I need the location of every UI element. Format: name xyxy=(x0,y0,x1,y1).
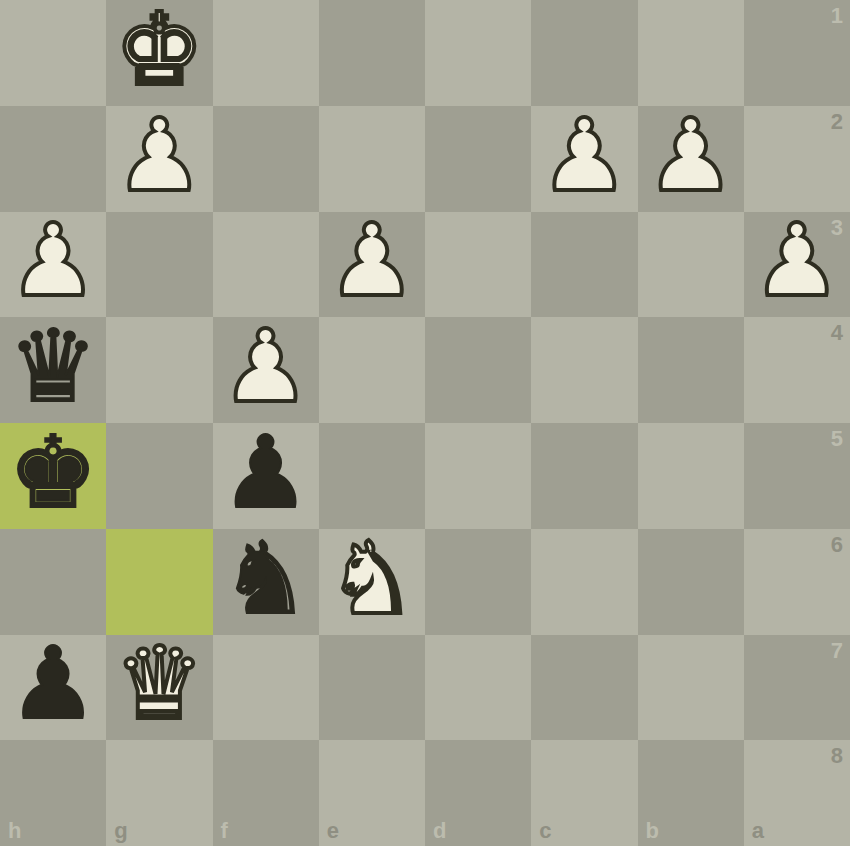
square-g5[interactable] xyxy=(106,423,212,529)
square-b5[interactable] xyxy=(638,423,744,529)
square-e7[interactable] xyxy=(319,635,425,741)
square-f7[interactable] xyxy=(213,635,319,741)
file-label-e: e xyxy=(327,820,339,842)
square-g3[interactable] xyxy=(106,212,212,318)
file-label-a: a xyxy=(752,820,764,842)
square-h5[interactable]: ♚ xyxy=(0,423,106,529)
piece-white-pawn[interactable]: ♟ xyxy=(327,211,417,311)
piece-black-king[interactable]: ♚ xyxy=(8,423,98,523)
square-d5[interactable] xyxy=(425,423,531,529)
square-a1[interactable]: 1 xyxy=(744,0,850,106)
square-d6[interactable] xyxy=(425,529,531,635)
rank-label-2: 2 xyxy=(831,111,843,133)
piece-white-pawn[interactable]: ♟ xyxy=(540,106,630,206)
piece-black-queen[interactable]: ♛ xyxy=(8,317,98,417)
square-e1[interactable] xyxy=(319,0,425,106)
square-b3[interactable] xyxy=(638,212,744,318)
square-c4[interactable] xyxy=(531,317,637,423)
square-c2[interactable]: ♟ xyxy=(531,106,637,212)
square-h8[interactable]: h xyxy=(0,740,106,846)
square-b8[interactable]: b xyxy=(638,740,744,846)
square-f1[interactable] xyxy=(213,0,319,106)
square-d4[interactable] xyxy=(425,317,531,423)
piece-white-pawn[interactable]: ♟ xyxy=(752,211,842,311)
piece-white-king[interactable]: ♚ xyxy=(115,0,205,100)
square-d8[interactable]: d xyxy=(425,740,531,846)
square-g2[interactable]: ♟ xyxy=(106,106,212,212)
piece-white-knight[interactable]: ♞ xyxy=(327,529,417,629)
piece-black-knight[interactable]: ♞ xyxy=(221,529,311,629)
square-c5[interactable] xyxy=(531,423,637,529)
square-b1[interactable] xyxy=(638,0,744,106)
file-label-c: c xyxy=(539,820,551,842)
rank-label-8: 8 xyxy=(831,745,843,767)
square-e3[interactable]: ♟ xyxy=(319,212,425,318)
square-f6[interactable]: ♞ xyxy=(213,529,319,635)
square-a4[interactable]: 4 xyxy=(744,317,850,423)
rank-label-4: 4 xyxy=(831,322,843,344)
square-a8[interactable]: 8a xyxy=(744,740,850,846)
square-a3[interactable]: ♟3 xyxy=(744,212,850,318)
square-a7[interactable]: 7 xyxy=(744,635,850,741)
square-h1[interactable] xyxy=(0,0,106,106)
square-e4[interactable] xyxy=(319,317,425,423)
square-h4[interactable]: ♛ xyxy=(0,317,106,423)
square-b2[interactable]: ♟ xyxy=(638,106,744,212)
square-c1[interactable] xyxy=(531,0,637,106)
piece-white-queen[interactable]: ♛ xyxy=(115,634,205,734)
square-d2[interactable] xyxy=(425,106,531,212)
square-d7[interactable] xyxy=(425,635,531,741)
square-g1[interactable]: ♚ xyxy=(106,0,212,106)
square-e2[interactable] xyxy=(319,106,425,212)
piece-black-pawn[interactable]: ♟ xyxy=(8,634,98,734)
square-h2[interactable] xyxy=(0,106,106,212)
square-f3[interactable] xyxy=(213,212,319,318)
piece-white-pawn[interactable]: ♟ xyxy=(8,211,98,311)
square-d3[interactable] xyxy=(425,212,531,318)
file-label-f: f xyxy=(221,820,228,842)
rank-label-7: 7 xyxy=(831,640,843,662)
square-g8[interactable]: g xyxy=(106,740,212,846)
square-g7[interactable]: ♛ xyxy=(106,635,212,741)
square-c3[interactable] xyxy=(531,212,637,318)
square-g6[interactable] xyxy=(106,529,212,635)
piece-white-pawn[interactable]: ♟ xyxy=(115,106,205,206)
piece-black-pawn[interactable]: ♟ xyxy=(221,423,311,523)
square-c6[interactable] xyxy=(531,529,637,635)
rank-label-1: 1 xyxy=(831,5,843,27)
chess-board: ♚1♟♟♟2♟♟♟3♛♟4♚♟5♞♞6♟♛7hgfedcb8a xyxy=(0,0,850,846)
square-g4[interactable] xyxy=(106,317,212,423)
rank-label-5: 5 xyxy=(831,428,843,450)
square-a5[interactable]: 5 xyxy=(744,423,850,529)
square-a2[interactable]: 2 xyxy=(744,106,850,212)
square-f8[interactable]: f xyxy=(213,740,319,846)
square-b7[interactable] xyxy=(638,635,744,741)
square-h6[interactable] xyxy=(0,529,106,635)
square-c7[interactable] xyxy=(531,635,637,741)
square-b6[interactable] xyxy=(638,529,744,635)
square-h7[interactable]: ♟ xyxy=(0,635,106,741)
square-e8[interactable]: e xyxy=(319,740,425,846)
piece-white-pawn[interactable]: ♟ xyxy=(646,106,736,206)
square-a6[interactable]: 6 xyxy=(744,529,850,635)
square-f2[interactable] xyxy=(213,106,319,212)
square-c8[interactable]: c xyxy=(531,740,637,846)
square-e5[interactable] xyxy=(319,423,425,529)
square-b4[interactable] xyxy=(638,317,744,423)
square-h3[interactable]: ♟ xyxy=(0,212,106,318)
file-label-d: d xyxy=(433,820,446,842)
file-label-g: g xyxy=(114,820,127,842)
square-e6[interactable]: ♞ xyxy=(319,529,425,635)
square-f5[interactable]: ♟ xyxy=(213,423,319,529)
square-d1[interactable] xyxy=(425,0,531,106)
piece-white-pawn[interactable]: ♟ xyxy=(221,317,311,417)
rank-label-6: 6 xyxy=(831,534,843,556)
square-f4[interactable]: ♟ xyxy=(213,317,319,423)
file-label-b: b xyxy=(646,820,659,842)
file-label-h: h xyxy=(8,820,21,842)
